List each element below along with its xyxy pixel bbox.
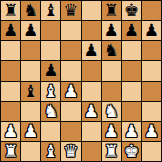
square-c2[interactable]	[41, 122, 60, 141]
square-e3[interactable]: ♟	[82, 102, 101, 121]
piece-white-rook[interactable]: ♜	[3, 142, 18, 161]
square-b4[interactable]: ♝	[21, 82, 40, 101]
piece-white-pawn[interactable]: ♟	[124, 122, 139, 141]
square-d6[interactable]	[61, 41, 80, 60]
square-a2[interactable]: ♟	[1, 122, 20, 141]
square-c5[interactable]: ♟	[41, 61, 60, 80]
square-b3[interactable]	[21, 102, 40, 121]
piece-black-pawn[interactable]: ♟	[43, 61, 58, 80]
piece-black-knight[interactable]: ♞	[104, 41, 119, 60]
square-b7[interactable]: ♟	[21, 21, 40, 40]
square-h1[interactable]	[142, 142, 161, 161]
square-h6[interactable]	[142, 41, 161, 60]
square-g2[interactable]: ♟	[122, 122, 141, 141]
square-e8[interactable]	[82, 1, 101, 20]
square-f2[interactable]: ♟	[102, 122, 121, 141]
square-a6[interactable]	[1, 41, 20, 60]
square-c4[interactable]: ♝	[41, 82, 60, 101]
piece-white-knight[interactable]: ♞	[43, 102, 58, 121]
square-g3[interactable]	[122, 102, 141, 121]
square-b5[interactable]	[21, 61, 40, 80]
square-a5[interactable]	[1, 61, 20, 80]
square-a1[interactable]: ♜	[1, 142, 20, 161]
piece-white-rook[interactable]: ♜	[104, 142, 119, 161]
square-h3[interactable]	[142, 102, 161, 121]
piece-black-queen[interactable]: ♛	[63, 1, 78, 20]
square-e7[interactable]	[82, 21, 101, 40]
piece-white-knight[interactable]: ♞	[104, 102, 119, 121]
square-d2[interactable]	[61, 122, 80, 141]
square-c1[interactable]: ♝	[41, 142, 60, 161]
piece-black-pawn[interactable]: ♟	[124, 21, 139, 40]
piece-white-king[interactable]: ♚	[124, 142, 139, 161]
square-g8[interactable]: ♚	[122, 1, 141, 20]
square-g4[interactable]	[122, 82, 141, 101]
piece-black-bishop[interactable]: ♝	[43, 1, 58, 20]
square-e6[interactable]: ♟	[82, 41, 101, 60]
square-d5[interactable]	[61, 61, 80, 80]
square-b6[interactable]	[21, 41, 40, 60]
square-h5[interactable]	[142, 61, 161, 80]
piece-black-pawn[interactable]: ♟	[3, 21, 18, 40]
piece-black-pawn[interactable]: ♟	[23, 21, 38, 40]
square-b1[interactable]	[21, 142, 40, 161]
piece-white-pawn[interactable]: ♟	[83, 102, 98, 121]
square-g6[interactable]	[122, 41, 141, 60]
square-a3[interactable]	[1, 102, 20, 121]
piece-black-rook[interactable]: ♜	[104, 1, 119, 20]
piece-white-pawn[interactable]: ♟	[144, 122, 159, 141]
square-f3[interactable]: ♞	[102, 102, 121, 121]
square-h7[interactable]: ♟	[142, 21, 161, 40]
square-a8[interactable]: ♜	[1, 1, 20, 20]
square-e5[interactable]	[82, 61, 101, 80]
square-d4[interactable]: ♟	[61, 82, 80, 101]
square-b8[interactable]: ♞	[21, 1, 40, 20]
square-c3[interactable]: ♞	[41, 102, 60, 121]
piece-black-knight[interactable]: ♞	[23, 1, 38, 20]
square-c7[interactable]	[41, 21, 60, 40]
piece-black-pawn[interactable]: ♟	[104, 21, 119, 40]
piece-white-pawn[interactable]: ♟	[104, 122, 119, 141]
square-h4[interactable]	[142, 82, 161, 101]
square-a4[interactable]	[1, 82, 20, 101]
piece-white-bishop[interactable]: ♝	[43, 142, 58, 161]
square-f4[interactable]	[102, 82, 121, 101]
square-f1[interactable]: ♜	[102, 142, 121, 161]
piece-white-queen[interactable]: ♛	[63, 142, 78, 161]
piece-white-bishop[interactable]: ♝	[43, 82, 58, 101]
square-b2[interactable]: ♟	[21, 122, 40, 141]
square-c6[interactable]	[41, 41, 60, 60]
square-g7[interactable]: ♟	[122, 21, 141, 40]
square-e1[interactable]	[82, 142, 101, 161]
square-e4[interactable]	[82, 82, 101, 101]
square-c8[interactable]: ♝	[41, 1, 60, 20]
chess-board: ♜♞♝♛♜♚♟♟♟♟♟♟♞♟♝♝♟♞♟♞♟♟♟♟♟♜♝♛♜♚	[0, 0, 162, 162]
square-d7[interactable]	[61, 21, 80, 40]
square-g1[interactable]: ♚	[122, 142, 141, 161]
square-f6[interactable]: ♞	[102, 41, 121, 60]
square-f7[interactable]: ♟	[102, 21, 121, 40]
square-g5[interactable]	[122, 61, 141, 80]
square-e2[interactable]	[82, 122, 101, 141]
piece-black-bishop[interactable]: ♝	[23, 82, 38, 101]
piece-black-rook[interactable]: ♜	[3, 1, 18, 20]
square-d3[interactable]	[61, 102, 80, 121]
piece-white-pawn[interactable]: ♟	[3, 122, 18, 141]
square-a7[interactable]: ♟	[1, 21, 20, 40]
square-d1[interactable]: ♛	[61, 142, 80, 161]
square-d8[interactable]: ♛	[61, 1, 80, 20]
piece-white-pawn[interactable]: ♟	[63, 82, 78, 101]
square-h8[interactable]	[142, 1, 161, 20]
piece-black-king[interactable]: ♚	[124, 1, 139, 20]
square-f5[interactable]	[102, 61, 121, 80]
square-h2[interactable]: ♟	[142, 122, 161, 141]
piece-black-pawn[interactable]: ♟	[83, 41, 98, 60]
piece-black-pawn[interactable]: ♟	[144, 21, 159, 40]
piece-white-pawn[interactable]: ♟	[23, 122, 38, 141]
square-f8[interactable]: ♜	[102, 1, 121, 20]
